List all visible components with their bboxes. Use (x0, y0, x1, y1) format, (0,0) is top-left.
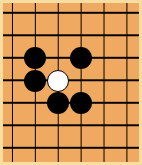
board-intersection[interactable] (47, 47, 70, 70)
board-intersection[interactable] (47, 114, 70, 137)
board-intersection[interactable] (3, 92, 24, 115)
white-stone (47, 70, 69, 92)
board-intersection[interactable] (93, 47, 116, 70)
board-intersection[interactable] (24, 137, 47, 160)
board-intersection[interactable] (70, 47, 93, 70)
board-intersection[interactable] (70, 3, 93, 24)
board-grid (3, 3, 138, 159)
board-intersection[interactable] (93, 114, 116, 137)
board-intersection[interactable] (70, 137, 93, 160)
black-stone (47, 92, 69, 114)
board-intersection[interactable] (47, 69, 70, 92)
black-stone (24, 70, 46, 92)
board-intersection[interactable] (93, 3, 116, 24)
board-intersection[interactable] (116, 69, 139, 92)
board-intersection[interactable] (47, 3, 70, 24)
black-stone (24, 47, 46, 69)
board-intersection[interactable] (24, 47, 47, 70)
board-intersection[interactable] (47, 137, 70, 160)
board-intersection[interactable] (93, 92, 116, 115)
board-intersection[interactable] (3, 24, 24, 47)
board-intersection[interactable] (70, 92, 93, 115)
board-intersection[interactable] (3, 47, 24, 70)
board-intersection[interactable] (47, 92, 70, 115)
board-intersection[interactable] (116, 3, 139, 24)
board-intersection[interactable] (24, 92, 47, 115)
board-intersection[interactable] (3, 137, 24, 160)
board-intersection[interactable] (93, 69, 116, 92)
board-intersection[interactable] (24, 3, 47, 24)
go-board (3, 3, 139, 162)
board-intersection[interactable] (24, 69, 47, 92)
board-intersection[interactable] (70, 24, 93, 47)
board-intersection[interactable] (3, 3, 24, 24)
board-intersection[interactable] (116, 92, 139, 115)
board-intersection[interactable] (116, 47, 139, 70)
board-intersection[interactable] (24, 114, 47, 137)
board-intersection[interactable] (93, 24, 116, 47)
board-intersection[interactable] (3, 114, 24, 137)
go-board-frame (0, 0, 142, 165)
board-intersection[interactable] (3, 69, 24, 92)
board-intersection[interactable] (116, 114, 139, 137)
board-intersection[interactable] (70, 69, 93, 92)
black-stone (70, 92, 92, 114)
board-intersection[interactable] (47, 24, 70, 47)
board-intersection[interactable] (116, 24, 139, 47)
board-intersection[interactable] (93, 137, 116, 160)
board-intersection[interactable] (24, 24, 47, 47)
black-stone (70, 47, 92, 69)
board-intersection[interactable] (70, 114, 93, 137)
board-intersection[interactable] (116, 137, 139, 160)
